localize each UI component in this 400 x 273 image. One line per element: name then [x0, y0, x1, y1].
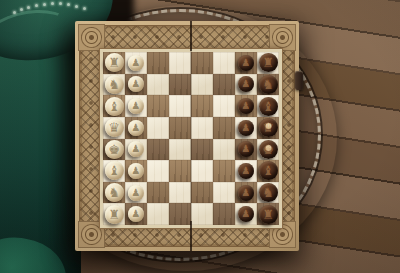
- square-g7[interactable]: ♟: [235, 182, 257, 204]
- piece-black-knight[interactable]: ♞: [259, 183, 278, 202]
- piece-white-pawn[interactable]: ♟: [128, 76, 144, 92]
- upholstery-stud: [51, 2, 54, 5]
- square-c6[interactable]: [213, 95, 235, 117]
- square-g4[interactable]: [169, 182, 191, 204]
- square-c8[interactable]: ♝: [257, 95, 279, 117]
- piece-black-bishop[interactable]: ♝: [259, 97, 278, 116]
- square-d7[interactable]: ♟: [235, 117, 257, 139]
- upholstery-stud: [59, 2, 62, 5]
- upholstery-stud: [27, 6, 30, 9]
- piece-white-pawn[interactable]: ♟: [128, 141, 144, 157]
- square-f6[interactable]: [213, 160, 235, 182]
- square-f3[interactable]: [147, 160, 169, 182]
- piece-white-rook[interactable]: ♜: [105, 53, 124, 72]
- square-g6[interactable]: [213, 182, 235, 204]
- square-c4[interactable]: [169, 95, 191, 117]
- square-d4[interactable]: [169, 117, 191, 139]
- square-a1[interactable]: ♜: [103, 52, 125, 74]
- piece-black-pawn[interactable]: ♟: [238, 185, 254, 201]
- square-d2[interactable]: ♟: [125, 117, 147, 139]
- square-d3[interactable]: [147, 117, 169, 139]
- square-b6[interactable]: [213, 74, 235, 96]
- piece-black-knight[interactable]: ♞: [259, 75, 278, 94]
- piece-white-bishop[interactable]: ♝: [105, 161, 124, 180]
- square-d1[interactable]: ♛: [103, 117, 125, 139]
- square-b5[interactable]: [191, 74, 213, 96]
- piece-white-pawn[interactable]: ♟: [128, 185, 144, 201]
- piece-black-pawn[interactable]: ♟: [238, 206, 254, 222]
- upholstery-stud: [35, 4, 38, 7]
- square-f5[interactable]: [191, 160, 213, 182]
- square-a6[interactable]: [213, 52, 235, 74]
- upholstery-stud: [43, 3, 46, 6]
- upholstery-stud: [13, 11, 16, 14]
- square-h1[interactable]: ♜: [103, 203, 125, 225]
- carved-chess-box: ♜♟♟♜♞♟♟♞♝♟♟♝♛♟♟♛♚♟♟♚♝♟♟♝♞♟♟♞♜♟♟♜: [75, 21, 299, 251]
- carved-corner-rosette: [269, 24, 296, 51]
- square-g3[interactable]: [147, 182, 169, 204]
- piece-white-knight[interactable]: ♞: [105, 183, 124, 202]
- square-h5[interactable]: [191, 203, 213, 225]
- piece-white-knight[interactable]: ♞: [105, 75, 124, 94]
- piece-black-pawn[interactable]: ♟: [238, 98, 254, 114]
- square-a5[interactable]: [191, 52, 213, 74]
- square-h4[interactable]: [169, 203, 191, 225]
- square-a8[interactable]: ♜: [257, 52, 279, 74]
- square-h2[interactable]: ♟: [125, 203, 147, 225]
- piece-white-rook[interactable]: ♜: [105, 205, 124, 224]
- square-e4[interactable]: [169, 139, 191, 161]
- piece-white-queen[interactable]: ♛: [105, 118, 124, 137]
- piece-black-pawn[interactable]: ♟: [238, 163, 254, 179]
- square-c5[interactable]: [191, 95, 213, 117]
- square-b7[interactable]: ♟: [235, 74, 257, 96]
- square-f1[interactable]: ♝: [103, 160, 125, 182]
- square-c2[interactable]: ♟: [125, 95, 147, 117]
- square-f8[interactable]: ♝: [257, 160, 279, 182]
- square-b2[interactable]: ♟: [125, 74, 147, 96]
- piece-white-pawn[interactable]: ♟: [128, 163, 144, 179]
- piece-white-pawn[interactable]: ♟: [128, 120, 144, 136]
- square-d8[interactable]: ♛: [257, 117, 279, 139]
- square-b4[interactable]: [169, 74, 191, 96]
- square-h3[interactable]: [147, 203, 169, 225]
- square-e8[interactable]: ♚: [257, 139, 279, 161]
- square-f4[interactable]: [169, 160, 191, 182]
- square-e5[interactable]: [191, 139, 213, 161]
- square-e2[interactable]: ♟: [125, 139, 147, 161]
- square-a7[interactable]: ♟: [235, 52, 257, 74]
- piece-black-pawn[interactable]: ♟: [238, 141, 254, 157]
- square-a3[interactable]: [147, 52, 169, 74]
- square-c3[interactable]: [147, 95, 169, 117]
- piece-black-queen[interactable]: ♛: [259, 118, 278, 137]
- square-h8[interactable]: ♜: [257, 203, 279, 225]
- piece-white-king[interactable]: ♚: [105, 140, 124, 159]
- scene: ♜♟♟♜♞♟♟♞♝♟♟♝♛♟♟♛♚♟♟♚♝♟♟♝♞♟♟♞♜♟♟♜: [0, 0, 400, 273]
- square-g8[interactable]: ♞: [257, 182, 279, 204]
- square-e7[interactable]: ♟: [235, 139, 257, 161]
- upholstery-stud: [75, 5, 78, 8]
- square-e1[interactable]: ♚: [103, 139, 125, 161]
- square-d6[interactable]: [213, 117, 235, 139]
- piece-black-rook[interactable]: ♜: [259, 53, 278, 72]
- square-d5[interactable]: [191, 117, 213, 139]
- piece-black-pawn[interactable]: ♟: [238, 76, 254, 92]
- square-e6[interactable]: [213, 139, 235, 161]
- square-a4[interactable]: [169, 52, 191, 74]
- piece-black-rook[interactable]: ♜: [259, 205, 278, 224]
- piece-white-pawn[interactable]: ♟: [128, 98, 144, 114]
- box-hinge-seam: [190, 21, 192, 251]
- square-c7[interactable]: ♟: [235, 95, 257, 117]
- upholstery-stud: [67, 3, 70, 6]
- square-f7[interactable]: ♟: [235, 160, 257, 182]
- upholstery-stud: [20, 8, 23, 11]
- square-b1[interactable]: ♞: [103, 74, 125, 96]
- square-e3[interactable]: [147, 139, 169, 161]
- piece-black-king[interactable]: ♚: [259, 140, 278, 159]
- square-h6[interactable]: [213, 203, 235, 225]
- square-c1[interactable]: ♝: [103, 95, 125, 117]
- piece-black-bishop[interactable]: ♝: [259, 161, 278, 180]
- square-b3[interactable]: [147, 74, 169, 96]
- upholstery-stud: [83, 7, 86, 10]
- square-h7[interactable]: ♟: [235, 203, 257, 225]
- square-g2[interactable]: ♟: [125, 182, 147, 204]
- piece-white-pawn[interactable]: ♟: [128, 55, 144, 71]
- carved-corner-rosette: [78, 24, 105, 51]
- square-f2[interactable]: ♟: [125, 160, 147, 182]
- piece-white-bishop[interactable]: ♝: [105, 97, 124, 116]
- piece-white-pawn[interactable]: ♟: [128, 206, 144, 222]
- square-g1[interactable]: ♞: [103, 182, 125, 204]
- side-latch: [295, 71, 303, 90]
- square-b8[interactable]: ♞: [257, 74, 279, 96]
- piece-black-pawn[interactable]: ♟: [238, 55, 254, 71]
- square-g5[interactable]: [191, 182, 213, 204]
- square-a2[interactable]: ♟: [125, 52, 147, 74]
- piece-black-pawn[interactable]: ♟: [238, 120, 254, 136]
